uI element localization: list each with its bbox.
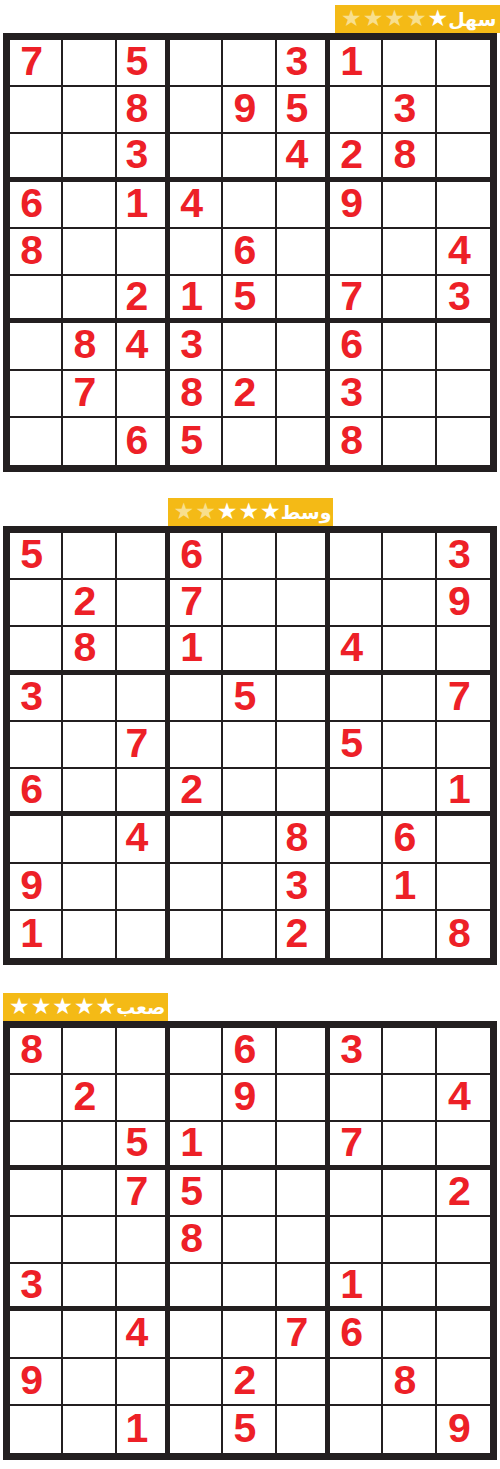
star-filled-icon: ★ — [96, 995, 117, 1018]
cell-hard-r8c2[interactable] — [63, 1359, 116, 1406]
cell-hard-r6c3[interactable] — [117, 1264, 170, 1311]
cell-hard-r8c3[interactable] — [117, 1359, 170, 1406]
difficulty-stars-hard: ★★★★★ — [9, 996, 116, 1019]
difficulty-label-hard: صعب — [116, 993, 165, 1021]
cell-easy-r3c8[interactable]: 8 — [383, 134, 436, 181]
given-digit: 4 — [125, 817, 148, 858]
sudoku-grid-medium: 56327981435775621486931128 — [3, 526, 497, 965]
cell-medium-r9c7[interactable] — [330, 911, 383, 958]
cell-hard-r2c1[interactable] — [10, 1075, 63, 1122]
cell-hard-r9c1[interactable] — [10, 1406, 63, 1453]
cell-medium-r1c2[interactable] — [63, 533, 116, 580]
given-digit: 7 — [340, 276, 363, 317]
cell-hard-r1c4[interactable] — [170, 1028, 223, 1075]
cell-hard-r6c9[interactable] — [437, 1264, 490, 1311]
cell-easy-r5c7[interactable] — [330, 229, 383, 276]
cell-hard-r5c1[interactable] — [10, 1217, 63, 1264]
cell-medium-r5c1[interactable] — [10, 722, 63, 769]
cell-easy-r1c3[interactable]: 5 — [117, 40, 170, 87]
cell-easy-r3c6[interactable]: 4 — [277, 134, 330, 181]
cell-easy-r7c5[interactable] — [223, 323, 276, 370]
cell-easy-r1c1[interactable]: 7 — [10, 40, 63, 87]
cell-easy-r3c1[interactable] — [10, 134, 63, 181]
given-digit: 7 — [74, 372, 97, 413]
cell-hard-r5c9[interactable] — [437, 1217, 490, 1264]
star-empty-icon: ★ — [363, 7, 384, 30]
cell-easy-r1c5[interactable] — [223, 40, 276, 87]
cell-easy-r5c1[interactable]: 8 — [10, 229, 63, 276]
cell-medium-r4c1[interactable]: 3 — [10, 675, 63, 722]
cell-medium-r5c7[interactable]: 5 — [330, 722, 383, 769]
cell-medium-r7c2[interactable] — [63, 816, 116, 863]
cell-hard-r7c3[interactable]: 4 — [117, 1311, 170, 1358]
cell-medium-r4c3[interactable] — [117, 675, 170, 722]
cell-medium-r8c5[interactable] — [223, 864, 276, 911]
cell-easy-r8c2[interactable]: 7 — [63, 371, 116, 418]
cell-medium-r6c1[interactable]: 6 — [10, 769, 63, 816]
cell-easy-r7c6[interactable] — [277, 323, 330, 370]
cell-medium-r3c8[interactable] — [383, 627, 436, 674]
cell-hard-r5c8[interactable] — [383, 1217, 436, 1264]
cell-medium-r1c9[interactable]: 3 — [437, 533, 490, 580]
cell-medium-r2c1[interactable] — [10, 580, 63, 627]
cell-hard-r8c5[interactable]: 2 — [223, 1359, 276, 1406]
cell-hard-r3c5[interactable] — [223, 1122, 276, 1169]
given-digit: 4 — [340, 627, 363, 668]
cell-hard-r4c5[interactable] — [223, 1170, 276, 1217]
cell-hard-r9c9[interactable]: 9 — [437, 1406, 490, 1453]
cell-hard-r2c7[interactable] — [330, 1075, 383, 1122]
given-digit: 5 — [234, 1408, 257, 1449]
given-digit: 1 — [125, 183, 148, 224]
cell-easy-r1c2[interactable] — [63, 40, 116, 87]
cell-hard-r3c3[interactable]: 5 — [117, 1122, 170, 1169]
cell-medium-r9c5[interactable] — [223, 911, 276, 958]
cell-easy-r1c8[interactable] — [383, 40, 436, 87]
star-empty-icon: ★ — [406, 7, 427, 30]
difficulty-label-easy: سهل — [448, 5, 496, 33]
given-digit: 3 — [20, 676, 43, 717]
cell-easy-r9c2[interactable] — [63, 418, 116, 465]
given-digit: 4 — [180, 183, 203, 224]
cell-hard-r9c5[interactable]: 5 — [223, 1406, 276, 1453]
cell-easy-r4c8[interactable] — [383, 182, 436, 229]
cell-hard-r1c1[interactable]: 8 — [10, 1028, 63, 1075]
cell-easy-r4c3[interactable]: 1 — [117, 182, 170, 229]
cell-medium-r9c2[interactable] — [63, 911, 116, 958]
cell-medium-r1c5[interactable] — [223, 533, 276, 580]
cell-hard-r3c1[interactable] — [10, 1122, 63, 1169]
cell-hard-r9c3[interactable]: 1 — [117, 1406, 170, 1453]
given-digit: 8 — [285, 817, 308, 858]
cell-easy-r4c9[interactable] — [437, 182, 490, 229]
star-empty-icon: ★ — [195, 500, 216, 523]
cell-medium-r2c5[interactable] — [223, 580, 276, 627]
given-digit: 8 — [394, 1360, 417, 1401]
cell-easy-r8c1[interactable] — [10, 371, 63, 418]
cell-hard-r7c1[interactable] — [10, 1311, 63, 1358]
cell-hard-r6c2[interactable] — [63, 1264, 116, 1311]
cell-easy-r6c2[interactable] — [63, 276, 116, 323]
given-digit: 2 — [74, 1076, 97, 1117]
cell-medium-r8c6[interactable]: 3 — [277, 864, 330, 911]
cell-hard-r6c1[interactable]: 3 — [10, 1264, 63, 1311]
cell-medium-r8c1[interactable]: 9 — [10, 864, 63, 911]
cell-medium-r8c3[interactable] — [117, 864, 170, 911]
given-digit: 8 — [180, 372, 203, 413]
cell-easy-r3c7[interactable]: 2 — [330, 134, 383, 181]
cell-easy-r8c3[interactable] — [117, 371, 170, 418]
cell-medium-r7c9[interactable] — [437, 816, 490, 863]
star-filled-icon: ★ — [52, 995, 73, 1018]
cell-hard-r7c2[interactable] — [63, 1311, 116, 1358]
cell-medium-r8c2[interactable] — [63, 864, 116, 911]
cell-hard-r2c3[interactable] — [117, 1075, 170, 1122]
cell-hard-r2c8[interactable] — [383, 1075, 436, 1122]
cell-medium-r2c6[interactable] — [277, 580, 330, 627]
cell-medium-r4c5[interactable]: 5 — [223, 675, 276, 722]
cell-hard-r9c8[interactable] — [383, 1406, 436, 1453]
cell-hard-r5c5[interactable] — [223, 1217, 276, 1264]
given-digit: 6 — [20, 183, 43, 224]
cell-medium-r1c8[interactable] — [383, 533, 436, 580]
cell-easy-r7c9[interactable] — [437, 323, 490, 370]
cell-medium-r6c4[interactable]: 2 — [170, 769, 223, 816]
cell-easy-r6c6[interactable] — [277, 276, 330, 323]
cell-medium-r2c7[interactable] — [330, 580, 383, 627]
given-digit: 9 — [20, 865, 43, 906]
given-digit: 2 — [234, 372, 257, 413]
cell-easy-r8c7[interactable]: 3 — [330, 371, 383, 418]
cell-hard-r4c2[interactable] — [63, 1170, 116, 1217]
cell-easy-r7c2[interactable]: 8 — [63, 323, 116, 370]
cell-hard-r1c6[interactable] — [277, 1028, 330, 1075]
cell-medium-r8c7[interactable] — [330, 864, 383, 911]
cell-easy-r5c5[interactable]: 6 — [223, 229, 276, 276]
given-digit: 4 — [285, 134, 308, 175]
cell-medium-r8c9[interactable] — [437, 864, 490, 911]
cell-hard-r7c8[interactable] — [383, 1311, 436, 1358]
given-digit: 1 — [340, 41, 363, 82]
cell-hard-r4c4[interactable]: 5 — [170, 1170, 223, 1217]
cell-medium-r1c4[interactable]: 6 — [170, 533, 223, 580]
given-digit: 4 — [125, 1312, 148, 1353]
given-digit: 5 — [234, 676, 257, 717]
cell-medium-r8c8[interactable]: 1 — [383, 864, 436, 911]
cell-medium-r4c9[interactable]: 7 — [437, 675, 490, 722]
cell-easy-r2c1[interactable] — [10, 87, 63, 134]
cell-easy-r1c6[interactable]: 3 — [277, 40, 330, 87]
cell-easy-r9c4[interactable]: 5 — [170, 418, 223, 465]
cell-hard-r8c1[interactable]: 9 — [10, 1359, 63, 1406]
cell-hard-r3c9[interactable] — [437, 1122, 490, 1169]
cell-easy-r6c3[interactable]: 2 — [117, 276, 170, 323]
given-digit: 9 — [448, 581, 471, 622]
cell-hard-r7c7[interactable]: 6 — [330, 1311, 383, 1358]
given-digit: 5 — [125, 41, 148, 82]
given-digit: 6 — [234, 1029, 257, 1070]
cell-hard-r5c2[interactable] — [63, 1217, 116, 1264]
cell-medium-r9c9[interactable]: 8 — [437, 911, 490, 958]
cell-medium-r5c3[interactable]: 7 — [117, 722, 170, 769]
given-digit: 8 — [448, 913, 471, 954]
cell-medium-r2c4[interactable]: 7 — [170, 580, 223, 627]
cell-hard-r3c4[interactable]: 1 — [170, 1122, 223, 1169]
cell-easy-r6c5[interactable]: 5 — [223, 276, 276, 323]
cell-easy-r1c7[interactable]: 1 — [330, 40, 383, 87]
given-digit: 5 — [180, 1171, 203, 1212]
cell-hard-r9c4[interactable] — [170, 1406, 223, 1453]
cell-medium-r6c6[interactable] — [277, 769, 330, 816]
cell-hard-r1c3[interactable] — [117, 1028, 170, 1075]
cell-easy-r8c4[interactable]: 8 — [170, 371, 223, 418]
cell-hard-r2c4[interactable] — [170, 1075, 223, 1122]
cell-hard-r7c4[interactable] — [170, 1311, 223, 1358]
cell-hard-r8c7[interactable] — [330, 1359, 383, 1406]
cell-easy-r5c3[interactable] — [117, 229, 170, 276]
cell-hard-r6c7[interactable]: 1 — [330, 1264, 383, 1311]
cell-hard-r5c6[interactable] — [277, 1217, 330, 1264]
cell-medium-r4c8[interactable] — [383, 675, 436, 722]
cell-hard-r8c4[interactable] — [170, 1359, 223, 1406]
sudoku-page: ★★★★★ سهل 753189533428614986421573843678… — [0, 0, 500, 1460]
cell-medium-r7c3[interactable]: 4 — [117, 816, 170, 863]
cell-easy-r6c7[interactable]: 7 — [330, 276, 383, 323]
cell-hard-r1c2[interactable] — [63, 1028, 116, 1075]
given-digit: 7 — [125, 1171, 148, 1212]
cell-hard-r4c8[interactable] — [383, 1170, 436, 1217]
cell-medium-r3c7[interactable]: 4 — [330, 627, 383, 674]
cell-hard-r4c3[interactable]: 7 — [117, 1170, 170, 1217]
cell-hard-r1c7[interactable]: 3 — [330, 1028, 383, 1075]
cell-hard-r2c6[interactable] — [277, 1075, 330, 1122]
cell-easy-r2c2[interactable] — [63, 87, 116, 134]
cell-medium-r2c3[interactable] — [117, 580, 170, 627]
cell-easy-r9c3[interactable]: 6 — [117, 418, 170, 465]
cell-easy-r8c5[interactable]: 2 — [223, 371, 276, 418]
cell-easy-r1c4[interactable] — [170, 40, 223, 87]
cell-medium-r7c5[interactable] — [223, 816, 276, 863]
cell-medium-r9c1[interactable]: 1 — [10, 911, 63, 958]
cell-hard-r1c9[interactable] — [437, 1028, 490, 1075]
given-digit: 7 — [285, 1312, 308, 1353]
cell-medium-r3c1[interactable] — [10, 627, 63, 674]
cell-hard-r4c7[interactable] — [330, 1170, 383, 1217]
cell-easy-r9c1[interactable] — [10, 418, 63, 465]
cell-easy-r4c2[interactable] — [63, 182, 116, 229]
puzzle-easy: ★★★★★ سهل 753189533428614986421573843678… — [0, 5, 500, 472]
cell-medium-r7c8[interactable]: 6 — [383, 816, 436, 863]
cell-medium-r7c1[interactable] — [10, 816, 63, 863]
cell-easy-r5c4[interactable] — [170, 229, 223, 276]
star-filled-icon: ★ — [238, 500, 259, 523]
cell-easy-r2c8[interactable]: 3 — [383, 87, 436, 134]
given-digit: 1 — [20, 913, 43, 954]
cell-easy-r8c6[interactable] — [277, 371, 330, 418]
banner-row-easy: ★★★★★ سهل — [0, 5, 500, 33]
cell-hard-r5c7[interactable] — [330, 1217, 383, 1264]
given-digit: 1 — [394, 865, 417, 906]
given-digit: 1 — [340, 1264, 363, 1305]
cell-easy-r3c2[interactable] — [63, 134, 116, 181]
cell-medium-r1c3[interactable] — [117, 533, 170, 580]
cell-medium-r2c9[interactable]: 9 — [437, 580, 490, 627]
cell-hard-r2c9[interactable]: 4 — [437, 1075, 490, 1122]
cell-hard-r3c7[interactable]: 7 — [330, 1122, 383, 1169]
cell-medium-r9c6[interactable]: 2 — [277, 911, 330, 958]
cell-hard-r9c7[interactable] — [330, 1406, 383, 1453]
star-filled-icon: ★ — [260, 500, 281, 523]
cell-hard-r3c2[interactable] — [63, 1122, 116, 1169]
cell-medium-r9c8[interactable] — [383, 911, 436, 958]
cell-easy-r8c8[interactable] — [383, 371, 436, 418]
cell-easy-r2c4[interactable] — [170, 87, 223, 134]
given-digit: 2 — [340, 134, 363, 175]
cell-hard-r3c8[interactable] — [383, 1122, 436, 1169]
given-digit: 5 — [125, 1122, 148, 1163]
cell-hard-r4c1[interactable] — [10, 1170, 63, 1217]
cell-easy-r5c2[interactable] — [63, 229, 116, 276]
given-digit: 8 — [20, 230, 43, 271]
given-digit: 8 — [125, 88, 148, 129]
cell-easy-r7c3[interactable]: 4 — [117, 323, 170, 370]
cell-hard-r3c6[interactable] — [277, 1122, 330, 1169]
cell-easy-r3c4[interactable] — [170, 134, 223, 181]
cell-medium-r7c4[interactable] — [170, 816, 223, 863]
cell-hard-r1c8[interactable] — [383, 1028, 436, 1075]
cell-medium-r6c2[interactable] — [63, 769, 116, 816]
cell-medium-r1c6[interactable] — [277, 533, 330, 580]
cell-hard-r6c8[interactable] — [383, 1264, 436, 1311]
cell-medium-r3c3[interactable] — [117, 627, 170, 674]
cell-medium-r1c7[interactable] — [330, 533, 383, 580]
cell-easy-r2c3[interactable]: 8 — [117, 87, 170, 134]
cell-easy-r8c9[interactable] — [437, 371, 490, 418]
cell-hard-r8c8[interactable]: 8 — [383, 1359, 436, 1406]
cell-medium-r5c6[interactable] — [277, 722, 330, 769]
cell-easy-r9c8[interactable] — [383, 418, 436, 465]
cell-medium-r2c8[interactable] — [383, 580, 436, 627]
cell-hard-r4c9[interactable]: 2 — [437, 1170, 490, 1217]
cell-easy-r4c7[interactable]: 9 — [330, 182, 383, 229]
cell-hard-r7c5[interactable] — [223, 1311, 276, 1358]
cell-easy-r9c9[interactable] — [437, 418, 490, 465]
cell-hard-r5c3[interactable] — [117, 1217, 170, 1264]
given-digit: 8 — [340, 420, 363, 461]
given-digit: 9 — [20, 1360, 43, 1401]
given-digit: 5 — [340, 723, 363, 764]
cell-medium-r4c4[interactable] — [170, 675, 223, 722]
cell-hard-r2c2[interactable]: 2 — [63, 1075, 116, 1122]
cell-easy-r3c5[interactable] — [223, 134, 276, 181]
cell-easy-r2c7[interactable] — [330, 87, 383, 134]
cell-hard-r7c6[interactable]: 7 — [277, 1311, 330, 1358]
cell-easy-r6c4[interactable]: 1 — [170, 276, 223, 323]
cell-hard-r4c6[interactable] — [277, 1170, 330, 1217]
given-digit: 4 — [448, 230, 471, 271]
cell-medium-r8c4[interactable] — [170, 864, 223, 911]
cell-easy-r7c4[interactable]: 3 — [170, 323, 223, 370]
cell-medium-r3c5[interactable] — [223, 627, 276, 674]
cell-hard-r9c2[interactable] — [63, 1406, 116, 1453]
cell-easy-r2c5[interactable]: 9 — [223, 87, 276, 134]
cell-easy-r1c9[interactable] — [437, 40, 490, 87]
cell-easy-r7c7[interactable]: 6 — [330, 323, 383, 370]
cell-hard-r1c5[interactable]: 6 — [223, 1028, 276, 1075]
cell-medium-r6c3[interactable] — [117, 769, 170, 816]
cell-easy-r4c1[interactable]: 6 — [10, 182, 63, 229]
given-digit: 4 — [125, 324, 148, 365]
cell-medium-r4c6[interactable] — [277, 675, 330, 722]
cell-easy-r2c6[interactable]: 5 — [277, 87, 330, 134]
cell-medium-r6c8[interactable] — [383, 769, 436, 816]
cell-hard-r9c6[interactable] — [277, 1406, 330, 1453]
cell-hard-r6c5[interactable] — [223, 1264, 276, 1311]
cell-medium-r9c3[interactable] — [117, 911, 170, 958]
cell-medium-r5c5[interactable] — [223, 722, 276, 769]
cell-easy-r4c4[interactable]: 4 — [170, 182, 223, 229]
cell-medium-r5c8[interactable] — [383, 722, 436, 769]
cell-hard-r5c4[interactable]: 8 — [170, 1217, 223, 1264]
cell-hard-r6c4[interactable] — [170, 1264, 223, 1311]
cell-medium-r6c5[interactable] — [223, 769, 276, 816]
cell-medium-r2c2[interactable]: 2 — [63, 580, 116, 627]
cell-medium-r5c4[interactable] — [170, 722, 223, 769]
difficulty-stars-medium: ★★★★★ — [174, 501, 281, 524]
cell-hard-r6c6[interactable] — [277, 1264, 330, 1311]
cell-medium-r7c7[interactable] — [330, 816, 383, 863]
cell-medium-r9c4[interactable] — [170, 911, 223, 958]
cell-medium-r1c1[interactable]: 5 — [10, 533, 63, 580]
cell-hard-r8c9[interactable] — [437, 1359, 490, 1406]
cell-easy-r4c6[interactable] — [277, 182, 330, 229]
cell-easy-r6c9[interactable]: 3 — [437, 276, 490, 323]
cell-easy-r9c7[interactable]: 8 — [330, 418, 383, 465]
cell-easy-r2c9[interactable] — [437, 87, 490, 134]
cell-easy-r5c6[interactable] — [277, 229, 330, 276]
given-digit: 3 — [180, 324, 203, 365]
cell-medium-r5c2[interactable] — [63, 722, 116, 769]
cell-medium-r3c9[interactable] — [437, 627, 490, 674]
given-digit: 1 — [180, 627, 203, 668]
cell-hard-r8c6[interactable] — [277, 1359, 330, 1406]
cell-medium-r6c9[interactable]: 1 — [437, 769, 490, 816]
cell-medium-r7c6[interactable]: 8 — [277, 816, 330, 863]
cell-medium-r4c2[interactable] — [63, 675, 116, 722]
cell-hard-r7c9[interactable] — [437, 1311, 490, 1358]
cell-easy-r9c6[interactable] — [277, 418, 330, 465]
cell-hard-r2c5[interactable]: 9 — [223, 1075, 276, 1122]
cell-medium-r3c4[interactable]: 1 — [170, 627, 223, 674]
cell-easy-r5c9[interactable]: 4 — [437, 229, 490, 276]
cell-easy-r7c8[interactable] — [383, 323, 436, 370]
cell-easy-r9c5[interactable] — [223, 418, 276, 465]
cell-medium-r5c9[interactable] — [437, 722, 490, 769]
given-digit: 9 — [234, 1076, 257, 1117]
cell-medium-r3c2[interactable]: 8 — [63, 627, 116, 674]
puzzle-medium: ★★★★★ وسط 56327981435775621486931128 — [0, 498, 500, 965]
cell-easy-r3c9[interactable] — [437, 134, 490, 181]
cell-medium-r4c7[interactable] — [330, 675, 383, 722]
cell-medium-r6c7[interactable] — [330, 769, 383, 816]
cell-easy-r3c3[interactable]: 3 — [117, 134, 170, 181]
cell-easy-r6c8[interactable] — [383, 276, 436, 323]
cell-medium-r3c6[interactable] — [277, 627, 330, 674]
cell-easy-r4c5[interactable] — [223, 182, 276, 229]
cell-easy-r6c1[interactable] — [10, 276, 63, 323]
cell-easy-r7c1[interactable] — [10, 323, 63, 370]
cell-easy-r5c8[interactable] — [383, 229, 436, 276]
